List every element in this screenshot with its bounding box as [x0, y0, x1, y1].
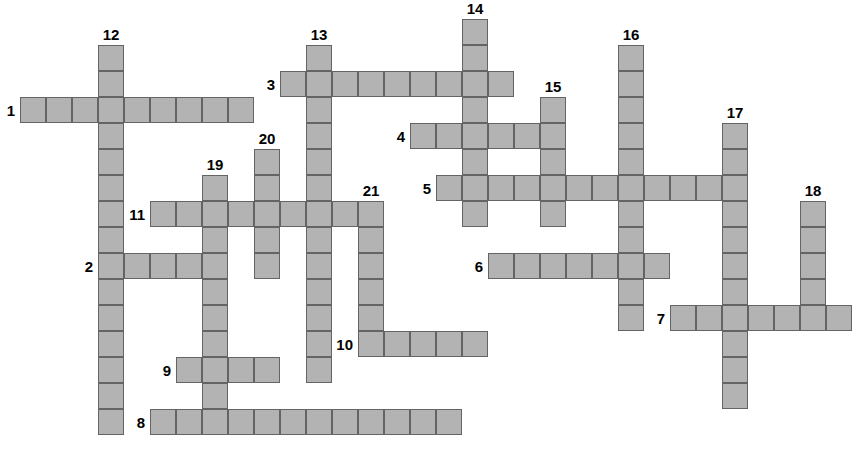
- grid-cell[interactable]: [462, 45, 488, 71]
- grid-cell[interactable]: [254, 175, 280, 201]
- grid-cell[interactable]: [488, 253, 514, 279]
- grid-cell[interactable]: [306, 201, 332, 227]
- grid-cell[interactable]: [358, 409, 384, 435]
- grid-cell[interactable]: [228, 97, 254, 123]
- grid-cell[interactable]: [670, 175, 696, 201]
- grid-cell[interactable]: [618, 279, 644, 305]
- grid-cell[interactable]: [722, 383, 748, 409]
- grid-cell[interactable]: [384, 71, 410, 97]
- grid-cell[interactable]: [98, 149, 124, 175]
- grid-cell[interactable]: [514, 175, 540, 201]
- grid-cell[interactable]: [150, 201, 176, 227]
- grid-cell[interactable]: [462, 331, 488, 357]
- grid-cell[interactable]: [436, 123, 462, 149]
- grid-cell[interactable]: [592, 253, 618, 279]
- grid-cell[interactable]: [176, 253, 202, 279]
- grid-cell[interactable]: [722, 123, 748, 149]
- grid-cell[interactable]: [774, 305, 800, 331]
- grid-cell[interactable]: [124, 97, 150, 123]
- grid-cell[interactable]: [358, 305, 384, 331]
- grid-cell[interactable]: [332, 409, 358, 435]
- grid-cell[interactable]: [98, 253, 124, 279]
- grid-cell[interactable]: [306, 279, 332, 305]
- grid-cell[interactable]: [202, 253, 228, 279]
- grid-cell[interactable]: [618, 149, 644, 175]
- grid-cell[interactable]: [618, 227, 644, 253]
- grid-cell[interactable]: [254, 201, 280, 227]
- grid-cell[interactable]: [644, 253, 670, 279]
- grid-cell[interactable]: [514, 253, 540, 279]
- grid-cell[interactable]: [332, 71, 358, 97]
- grid-cell[interactable]: [176, 97, 202, 123]
- grid-cell[interactable]: [98, 305, 124, 331]
- grid-cell[interactable]: [696, 175, 722, 201]
- grid-cell[interactable]: [748, 305, 774, 331]
- grid-cell[interactable]: [98, 383, 124, 409]
- grid-cell[interactable]: [488, 175, 514, 201]
- grid-cell[interactable]: [670, 305, 696, 331]
- grid-cell[interactable]: [306, 71, 332, 97]
- grid-cell[interactable]: [462, 123, 488, 149]
- grid-cell[interactable]: [228, 201, 254, 227]
- grid-cell[interactable]: [228, 357, 254, 383]
- grid-cell[interactable]: [98, 123, 124, 149]
- grid-cell[interactable]: [306, 357, 332, 383]
- grid-cell[interactable]: [98, 71, 124, 97]
- grid-cell[interactable]: [98, 357, 124, 383]
- grid-cell[interactable]: [722, 305, 748, 331]
- grid-cell[interactable]: [150, 253, 176, 279]
- grid-cell[interactable]: [566, 253, 592, 279]
- grid-cell[interactable]: [254, 227, 280, 253]
- grid-cell[interactable]: [98, 45, 124, 71]
- grid-cell[interactable]: [306, 175, 332, 201]
- grid-cell[interactable]: [358, 331, 384, 357]
- grid-cell[interactable]: [358, 279, 384, 305]
- grid-cell[interactable]: [202, 357, 228, 383]
- grid-cell[interactable]: [254, 253, 280, 279]
- grid-cell[interactable]: [98, 97, 124, 123]
- grid-cell[interactable]: [358, 227, 384, 253]
- grid-cell[interactable]: [306, 305, 332, 331]
- grid-cell[interactable]: [540, 201, 566, 227]
- grid-cell[interactable]: [722, 331, 748, 357]
- grid-cell[interactable]: [332, 201, 358, 227]
- grid-cell[interactable]: [540, 253, 566, 279]
- grid-cell[interactable]: [722, 279, 748, 305]
- grid-cell[interactable]: [722, 149, 748, 175]
- grid-cell[interactable]: [462, 19, 488, 45]
- grid-cell[interactable]: [176, 357, 202, 383]
- grid-cell[interactable]: [306, 45, 332, 71]
- grid-cell[interactable]: [98, 175, 124, 201]
- grid-cell[interactable]: [618, 253, 644, 279]
- grid-cell[interactable]: [540, 97, 566, 123]
- grid-cell[interactable]: [462, 71, 488, 97]
- grid-cell[interactable]: [228, 409, 254, 435]
- grid-cell[interactable]: [722, 253, 748, 279]
- grid-cell[interactable]: [98, 201, 124, 227]
- grid-cell[interactable]: [254, 409, 280, 435]
- grid-cell[interactable]: [254, 357, 280, 383]
- grid-cell[interactable]: [488, 123, 514, 149]
- grid-cell[interactable]: [202, 227, 228, 253]
- grid-cell[interactable]: [410, 71, 436, 97]
- grid-cell[interactable]: [358, 71, 384, 97]
- grid-cell[interactable]: [462, 97, 488, 123]
- grid-cell[interactable]: [384, 331, 410, 357]
- grid-cell[interactable]: [254, 149, 280, 175]
- grid-cell[interactable]: [566, 175, 592, 201]
- grid-cell[interactable]: [202, 305, 228, 331]
- grid-cell[interactable]: [722, 357, 748, 383]
- grid-cell[interactable]: [124, 253, 150, 279]
- crossword-board: [20, 19, 852, 435]
- grid-cell[interactable]: [150, 409, 176, 435]
- across-number-label: 1: [7, 103, 15, 118]
- grid-cell[interactable]: [436, 331, 462, 357]
- grid-cell[interactable]: [618, 45, 644, 71]
- grid-cell[interactable]: [618, 305, 644, 331]
- grid-cell[interactable]: [176, 409, 202, 435]
- grid-cell[interactable]: [488, 71, 514, 97]
- grid-cell[interactable]: [800, 253, 826, 279]
- grid-cell[interactable]: [436, 71, 462, 97]
- grid-cell[interactable]: [306, 227, 332, 253]
- grid-cell[interactable]: [98, 409, 124, 435]
- grid-cell[interactable]: [306, 123, 332, 149]
- grid-cell[interactable]: [46, 97, 72, 123]
- grid-cell[interactable]: [462, 149, 488, 175]
- grid-cell[interactable]: [306, 149, 332, 175]
- grid-cell[interactable]: [618, 71, 644, 97]
- grid-cell[interactable]: [540, 149, 566, 175]
- grid-cell[interactable]: [202, 201, 228, 227]
- grid-cell[interactable]: [514, 123, 540, 149]
- grid-cell[interactable]: [436, 409, 462, 435]
- grid-cell[interactable]: [358, 201, 384, 227]
- grid-cell[interactable]: [98, 331, 124, 357]
- grid-cell[interactable]: [644, 175, 670, 201]
- grid-cell[interactable]: [150, 97, 176, 123]
- grid-cell[interactable]: [618, 175, 644, 201]
- grid-cell[interactable]: [98, 279, 124, 305]
- grid-cell[interactable]: [20, 97, 46, 123]
- grid-cell[interactable]: [98, 227, 124, 253]
- grid-cell[interactable]: [462, 201, 488, 227]
- grid-cell[interactable]: [202, 97, 228, 123]
- down-number-label: 14: [467, 1, 484, 16]
- grid-cell[interactable]: [306, 97, 332, 123]
- grid-cell[interactable]: [176, 201, 202, 227]
- grid-cell[interactable]: [800, 227, 826, 253]
- grid-cell[interactable]: [800, 279, 826, 305]
- grid-cell[interactable]: [722, 227, 748, 253]
- grid-cell[interactable]: [202, 279, 228, 305]
- grid-cell[interactable]: [280, 71, 306, 97]
- crossword-puzzle-page: 123456789101112131415161718192021: [0, 0, 858, 452]
- grid-cell[interactable]: [722, 175, 748, 201]
- grid-cell[interactable]: [280, 201, 306, 227]
- grid-cell[interactable]: [410, 409, 436, 435]
- grid-cell[interactable]: [410, 331, 436, 357]
- grid-cell[interactable]: [722, 201, 748, 227]
- grid-cell[interactable]: [618, 201, 644, 227]
- grid-cell[interactable]: [306, 331, 332, 357]
- grid-cell[interactable]: [800, 305, 826, 331]
- grid-cell[interactable]: [384, 409, 410, 435]
- grid-cell[interactable]: [202, 331, 228, 357]
- grid-cell[interactable]: [202, 409, 228, 435]
- grid-cell[interactable]: [540, 123, 566, 149]
- grid-cell[interactable]: [72, 97, 98, 123]
- grid-cell[interactable]: [280, 409, 306, 435]
- grid-cell[interactable]: [540, 175, 566, 201]
- grid-cell[interactable]: [696, 305, 722, 331]
- grid-cell[interactable]: [436, 175, 462, 201]
- grid-cell[interactable]: [410, 123, 436, 149]
- grid-cell[interactable]: [462, 175, 488, 201]
- grid-cell[interactable]: [202, 175, 228, 201]
- grid-cell[interactable]: [202, 383, 228, 409]
- grid-cell[interactable]: [800, 201, 826, 227]
- grid-cell[interactable]: [826, 305, 852, 331]
- grid-cell[interactable]: [358, 253, 384, 279]
- grid-cell[interactable]: [618, 123, 644, 149]
- grid-cell[interactable]: [618, 97, 644, 123]
- grid-cell[interactable]: [306, 409, 332, 435]
- grid-cell[interactable]: [306, 253, 332, 279]
- grid-cell[interactable]: [592, 175, 618, 201]
